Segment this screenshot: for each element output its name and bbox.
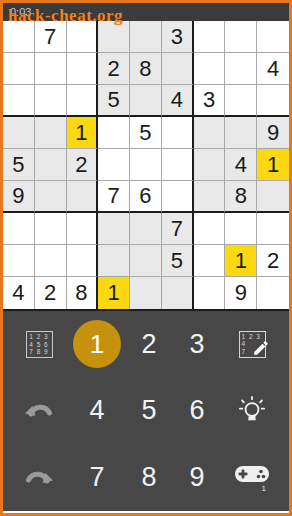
cell-r1c5[interactable] [130,21,162,53]
cell-r8c1[interactable] [3,245,35,277]
cell-r4c6[interactable] [162,117,194,149]
cell-r2c9[interactable]: 4 [257,53,289,85]
cell-r8c3[interactable] [67,245,99,277]
cell-r5c7[interactable] [194,149,226,181]
cell-r7c5[interactable] [130,213,162,245]
redo-button[interactable] [9,444,69,511]
cell-r4c9[interactable]: 9 [257,117,289,149]
cell-r5c2[interactable] [35,149,67,181]
cell-r6c7[interactable] [194,181,226,213]
numpad-digit-7[interactable]: 7 [69,444,125,511]
cell-r1c4[interactable] [98,21,130,53]
cell-r4c7[interactable] [194,117,226,149]
cell-r8c2[interactable] [35,245,67,277]
cell-r9c1[interactable]: 4 [3,277,35,309]
cell-r2c6[interactable] [162,53,194,85]
pencil-notes-icon: 1 2 3 4 7 [239,331,266,358]
cell-r9c2[interactable]: 2 [35,277,67,309]
cell-r7c9[interactable] [257,213,289,245]
hint-button[interactable] [221,378,283,445]
cell-r8c5[interactable] [130,245,162,277]
candidates-button[interactable]: 1 2 3 4 5 6 7 8 9 [9,311,69,378]
cell-r3c7[interactable]: 3 [194,85,226,117]
cell-r3c1[interactable] [3,85,35,117]
cell-r4c8[interactable] [225,117,257,149]
cell-r7c1[interactable] [3,213,35,245]
numpad-digit-4[interactable]: 4 [69,378,125,445]
cell-r2c1[interactable] [3,53,35,85]
cell-r8c6[interactable]: 5 [162,245,194,277]
cell-r8c9[interactable]: 2 [257,245,289,277]
candidates-grid-icon: 1 2 3 4 5 6 7 8 9 [26,331,53,358]
cell-r2c3[interactable] [67,53,99,85]
cell-r3c2[interactable] [35,85,67,117]
cell-r7c6[interactable]: 7 [162,213,194,245]
numpad-digit-9[interactable]: 9 [173,444,221,511]
cell-r2c8[interactable] [225,53,257,85]
cell-r8c8[interactable]: 1 [225,245,257,277]
cell-r1c6[interactable]: 3 [162,21,194,53]
cell-r9c8[interactable]: 9 [225,277,257,309]
cell-r6c9[interactable] [257,181,289,213]
cell-r4c2[interactable] [35,117,67,149]
status-bar: 0:03 [3,3,289,21]
cell-r6c5[interactable]: 6 [130,181,162,213]
cell-r1c9[interactable] [257,21,289,53]
numpad-digit-5[interactable]: 5 [125,378,173,445]
cell-r5c8[interactable]: 4 [225,149,257,181]
selected-digit: 1 [73,320,121,368]
candidates-row: 4 5 6 [27,341,52,349]
cell-r1c2[interactable]: 7 [35,21,67,53]
cell-r6c2[interactable] [35,181,67,213]
cell-r5c9[interactable]: 1 [257,149,289,181]
pencil-icon [252,339,270,357]
redo-icon [22,465,56,491]
cell-r3c5[interactable] [130,85,162,117]
cell-r5c5[interactable] [130,149,162,181]
notes-button[interactable]: 1 2 3 4 7 [221,311,283,378]
app-frame: hack-cheat.org 0:03 73284543159524197687… [0,0,292,516]
cell-r4c4[interactable] [98,117,130,149]
numpad-digit-2[interactable]: 2 [125,311,173,378]
cell-r7c8[interactable] [225,213,257,245]
cell-r9c9[interactable] [257,277,289,309]
cell-r6c6[interactable] [162,181,194,213]
cell-r5c6[interactable] [162,149,194,181]
cell-r1c1[interactable] [3,21,35,53]
cell-r7c2[interactable] [35,213,67,245]
candidates-row: 1 2 3 [27,333,52,341]
cell-r6c8[interactable]: 8 [225,181,257,213]
cell-r6c3[interactable] [67,181,99,213]
cell-r3c9[interactable] [257,85,289,117]
cell-r7c4[interactable] [98,213,130,245]
cell-r6c1[interactable]: 9 [3,181,35,213]
numpad-digit-1[interactable]: 1 [69,311,125,378]
numpad-digit-6[interactable]: 6 [173,378,221,445]
cell-r1c8[interactable] [225,21,257,53]
cell-r3c4[interactable]: 5 [98,85,130,117]
cell-r9c6[interactable] [162,277,194,309]
cell-r4c1[interactable] [3,117,35,149]
cell-r8c4[interactable] [98,245,130,277]
cell-r3c6[interactable]: 4 [162,85,194,117]
cell-r9c7[interactable] [194,277,226,309]
cell-r2c2[interactable] [35,53,67,85]
cell-r1c7[interactable] [194,21,226,53]
games-button[interactable]: 1 [221,444,283,511]
timer: 0:03 [3,6,31,18]
numpad-digit-3[interactable]: 3 [173,311,221,378]
candidates-row: 7 8 9 [27,348,52,356]
game-controller-icon [234,463,270,485]
undo-icon [22,398,56,424]
cell-r7c3[interactable] [67,213,99,245]
numpad-digit-8[interactable]: 8 [125,444,173,511]
cell-r5c4[interactable] [98,149,130,181]
cell-r3c3[interactable] [67,85,99,117]
lightbulb-icon [234,393,270,429]
cell-r9c3[interactable]: 8 [67,277,99,309]
sudoku-board: 7328454315952419768751242819 [3,21,289,311]
undo-button[interactable] [9,378,69,445]
numpad: 1 2 3 4 5 6 7 8 9 1 2 3 1 2 3 4 7 [3,311,289,511]
cell-r3c8[interactable] [225,85,257,117]
cell-r2c4[interactable]: 2 [98,53,130,85]
cell-r9c4[interactable]: 1 [98,277,130,309]
cell-r1c3[interactable] [67,21,99,53]
cell-r4c3[interactable]: 1 [67,117,99,149]
cell-r5c3[interactable]: 2 [67,149,99,181]
cell-r8c7[interactable] [194,245,226,277]
cell-r2c5[interactable]: 8 [130,53,162,85]
cell-r4c5[interactable]: 5 [130,117,162,149]
cell-r7c7[interactable] [194,213,226,245]
cell-r6c4[interactable]: 7 [98,181,130,213]
cell-r2c7[interactable] [194,53,226,85]
cell-r9c5[interactable] [130,277,162,309]
controller-badge: 1 [262,484,266,493]
cell-r5c1[interactable]: 5 [3,149,35,181]
